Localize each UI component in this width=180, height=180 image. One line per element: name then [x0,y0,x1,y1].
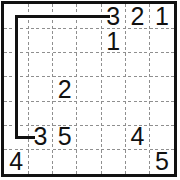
cell-r6c4[interactable] [77,124,101,149]
cell-r1c7[interactable]: 1 [150,4,174,29]
cell-r5c5[interactable] [101,102,125,125]
cell-r3c3[interactable] [53,54,77,77]
cell-r7c3[interactable] [53,149,77,174]
cell-r6c3[interactable]: 5 [53,124,77,149]
cell-r2c6[interactable] [125,29,149,54]
cell-r2c7[interactable] [150,29,174,54]
cell-grid: 3 2 1 1 2 [4,4,174,174]
cell-r7c7[interactable]: 5 [150,149,174,174]
numberlink-puzzle: 3 2 1 1 2 [0,0,180,180]
cell-r3c4[interactable] [77,54,101,77]
solution-path-segment-bottom [15,136,35,139]
cell-r7c2[interactable] [28,149,52,174]
cell-r7c5[interactable] [101,149,125,174]
cell-r7c6[interactable] [125,149,149,174]
cell-r5c6[interactable] [125,102,149,125]
cell-r4c6[interactable] [125,77,149,102]
cell-r6c6[interactable]: 4 [125,124,149,149]
cell-r4c5[interactable] [101,77,125,102]
solution-path-segment-top [15,15,110,18]
cell-r3c6[interactable] [125,54,149,77]
puzzle-board: 3 2 1 1 2 [1,1,177,177]
cell-r1c6[interactable]: 2 [125,4,149,29]
cell-r2c2[interactable] [28,29,52,54]
cell-r3c5[interactable] [101,54,125,77]
cell-r3c2[interactable] [28,54,52,77]
cell-r2c3[interactable] [53,29,77,54]
cell-r7c4[interactable] [77,149,101,174]
cell-r5c4[interactable] [77,102,101,125]
cell-r4c7[interactable] [150,77,174,102]
cell-r2c5[interactable]: 1 [101,29,125,54]
solution-path-segment-left [15,15,18,140]
cell-r6c7[interactable] [150,124,174,149]
cell-r4c3[interactable]: 2 [53,77,77,102]
cell-r4c4[interactable] [77,77,101,102]
cell-r5c2[interactable] [28,102,52,125]
cell-r6c5[interactable] [101,124,125,149]
cell-r5c3[interactable] [53,102,77,125]
cell-r7c1[interactable]: 4 [4,149,28,174]
cell-r5c7[interactable] [150,102,174,125]
cell-r4c2[interactable] [28,77,52,102]
cell-r2c4[interactable] [77,29,101,54]
cell-r3c7[interactable] [150,54,174,77]
